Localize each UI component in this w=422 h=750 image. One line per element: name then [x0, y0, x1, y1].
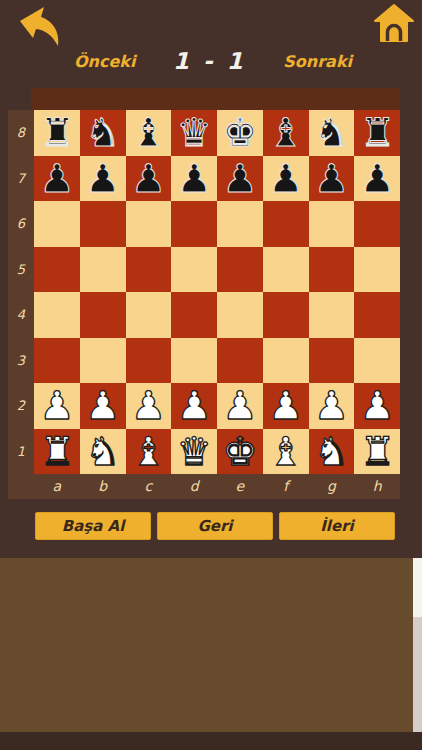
square-g1[interactable]: ♞	[309, 429, 355, 475]
move-controls: Başa Al Geri İleri	[35, 512, 395, 540]
black-pawn-piece: ♟	[360, 159, 395, 198]
rank-label-3: 3	[8, 338, 34, 384]
square-c6[interactable]	[126, 201, 172, 247]
black-pawn-piece: ♟	[131, 159, 166, 198]
square-f8[interactable]: ♝	[263, 110, 309, 156]
square-f4[interactable]	[263, 292, 309, 338]
rank-label-8: 8	[8, 110, 34, 156]
square-h4[interactable]	[354, 292, 400, 338]
square-f6[interactable]	[263, 201, 309, 247]
white-bishop-piece: ♝	[268, 432, 303, 471]
back-button[interactable]	[16, 6, 62, 48]
rank-label-1: 1	[8, 429, 34, 475]
file-label-d: d	[171, 474, 217, 499]
square-f3[interactable]	[263, 338, 309, 384]
rank-label-6: 6	[8, 201, 34, 247]
rank-label-2: 2	[8, 383, 34, 429]
square-g5[interactable]	[309, 247, 355, 293]
square-g2[interactable]: ♟	[309, 383, 355, 429]
black-queen-piece: ♛	[177, 113, 212, 152]
game-panel: Önceki 1 - 1 Sonraki 87654321 ♜♞♝♛♚♝♞♜♟♟…	[0, 0, 422, 558]
square-g4[interactable]	[309, 292, 355, 338]
black-bishop-piece: ♝	[131, 113, 166, 152]
file-labels: abcdefgh	[8, 474, 400, 499]
black-bishop-piece: ♝	[268, 113, 303, 152]
square-d2[interactable]: ♟	[171, 383, 217, 429]
square-c4[interactable]	[126, 292, 172, 338]
restart-button[interactable]: Başa Al	[35, 512, 151, 540]
board-squares: ♜♞♝♛♚♝♞♜♟♟♟♟♟♟♟♟♟♟♟♟♟♟♟♟♜♞♝♛♚♝♞♜	[34, 110, 400, 474]
square-d4[interactable]	[171, 292, 217, 338]
rank-label-7: 7	[8, 156, 34, 202]
square-e3[interactable]	[217, 338, 263, 384]
square-d8[interactable]: ♛	[171, 110, 217, 156]
next-game-button[interactable]: Sonraki	[283, 52, 352, 71]
scrollbar-track[interactable]	[413, 617, 422, 732]
square-f1[interactable]: ♝	[263, 429, 309, 475]
home-button[interactable]	[374, 4, 414, 42]
score-row: Önceki 1 - 1 Sonraki	[0, 46, 422, 76]
white-pawn-piece: ♟	[360, 386, 395, 425]
white-king-piece: ♚	[222, 432, 257, 471]
white-pawn-piece: ♟	[131, 386, 166, 425]
white-pawn-piece: ♟	[314, 386, 349, 425]
square-b7[interactable]: ♟	[80, 156, 126, 202]
square-a7[interactable]: ♟	[34, 156, 80, 202]
bottom-bar	[0, 732, 422, 750]
square-g3[interactable]	[309, 338, 355, 384]
file-label-b: b	[80, 474, 126, 499]
square-g7[interactable]: ♟	[309, 156, 355, 202]
square-c3[interactable]	[126, 338, 172, 384]
square-e5[interactable]	[217, 247, 263, 293]
square-e7[interactable]: ♟	[217, 156, 263, 202]
square-b4[interactable]	[80, 292, 126, 338]
square-c2[interactable]: ♟	[126, 383, 172, 429]
square-g6[interactable]	[309, 201, 355, 247]
white-pawn-piece: ♟	[85, 386, 120, 425]
square-b1[interactable]: ♞	[80, 429, 126, 475]
file-label-c: c	[126, 474, 172, 499]
square-d7[interactable]: ♟	[171, 156, 217, 202]
square-d6[interactable]	[171, 201, 217, 247]
score-display: 1 - 1	[173, 48, 246, 74]
square-h7[interactable]: ♟	[354, 156, 400, 202]
square-h6[interactable]	[354, 201, 400, 247]
square-h1[interactable]: ♜	[354, 429, 400, 475]
square-b5[interactable]	[80, 247, 126, 293]
white-pawn-piece: ♟	[39, 386, 74, 425]
square-f5[interactable]	[263, 247, 309, 293]
board-top-border	[31, 88, 400, 110]
back-move-button[interactable]: Geri	[157, 512, 273, 540]
back-arrow-icon	[16, 6, 62, 48]
black-rook-piece: ♜	[360, 113, 395, 152]
square-h8[interactable]: ♜	[354, 110, 400, 156]
black-pawn-piece: ♟	[177, 159, 212, 198]
square-e2[interactable]: ♟	[217, 383, 263, 429]
square-b3[interactable]	[80, 338, 126, 384]
previous-game-button[interactable]: Önceki	[74, 52, 135, 71]
square-a6[interactable]	[34, 201, 80, 247]
black-pawn-piece: ♟	[222, 159, 257, 198]
square-h3[interactable]	[354, 338, 400, 384]
square-d1[interactable]: ♛	[171, 429, 217, 475]
black-king-piece: ♚	[222, 113, 257, 152]
white-rook-piece: ♜	[39, 432, 74, 471]
square-f2[interactable]: ♟	[263, 383, 309, 429]
scrollbar-thumb[interactable]	[413, 558, 422, 617]
square-b8[interactable]: ♞	[80, 110, 126, 156]
app-screen: Önceki 1 - 1 Sonraki 87654321 ♜♞♝♛♚♝♞♜♟♟…	[0, 0, 422, 750]
square-d5[interactable]	[171, 247, 217, 293]
square-a4[interactable]	[34, 292, 80, 338]
white-pawn-piece: ♟	[268, 386, 303, 425]
white-knight-piece: ♞	[85, 432, 120, 471]
file-label-f: f	[263, 474, 309, 499]
square-c7[interactable]: ♟	[126, 156, 172, 202]
square-a8[interactable]: ♜	[34, 110, 80, 156]
white-pawn-piece: ♟	[177, 386, 212, 425]
scrollbar[interactable]	[413, 558, 422, 732]
rank-label-4: 4	[8, 292, 34, 338]
chess-board: 87654321 ♜♞♝♛♚♝♞♜♟♟♟♟♟♟♟♟♟♟♟♟♟♟♟♟♜♞♝♛♚♝♞…	[8, 88, 400, 499]
square-a3[interactable]	[34, 338, 80, 384]
square-a2[interactable]: ♟	[34, 383, 80, 429]
white-bishop-piece: ♝	[131, 432, 166, 471]
square-c8[interactable]: ♝	[126, 110, 172, 156]
square-a5[interactable]	[34, 247, 80, 293]
square-b2[interactable]: ♟	[80, 383, 126, 429]
white-rook-piece: ♜	[360, 432, 395, 471]
ad-area	[0, 558, 422, 732]
square-e4[interactable]	[217, 292, 263, 338]
square-c5[interactable]	[126, 247, 172, 293]
square-f7[interactable]: ♟	[263, 156, 309, 202]
black-pawn-piece: ♟	[268, 159, 303, 198]
black-pawn-piece: ♟	[85, 159, 120, 198]
black-rook-piece: ♜	[39, 113, 74, 152]
square-d3[interactable]	[171, 338, 217, 384]
rank-label-5: 5	[8, 247, 34, 293]
square-e6[interactable]	[217, 201, 263, 247]
white-knight-piece: ♞	[314, 432, 349, 471]
square-a1[interactable]: ♜	[34, 429, 80, 475]
forward-move-button[interactable]: İleri	[279, 512, 395, 540]
black-knight-piece: ♞	[85, 113, 120, 152]
square-g8[interactable]: ♞	[309, 110, 355, 156]
home-icon	[374, 4, 414, 42]
black-pawn-piece: ♟	[39, 159, 74, 198]
black-knight-piece: ♞	[314, 113, 349, 152]
file-label-e: e	[217, 474, 263, 499]
square-c1[interactable]: ♝	[126, 429, 172, 475]
black-pawn-piece: ♟	[314, 159, 349, 198]
square-e1[interactable]: ♚	[217, 429, 263, 475]
file-label-h: h	[354, 474, 400, 499]
file-label-a: a	[34, 474, 80, 499]
square-b6[interactable]	[80, 201, 126, 247]
square-h2[interactable]: ♟	[354, 383, 400, 429]
square-e8[interactable]: ♚	[217, 110, 263, 156]
white-pawn-piece: ♟	[222, 386, 257, 425]
file-label-g: g	[309, 474, 355, 499]
white-queen-piece: ♛	[177, 432, 212, 471]
square-h5[interactable]	[354, 247, 400, 293]
rank-labels: 87654321	[8, 110, 34, 474]
